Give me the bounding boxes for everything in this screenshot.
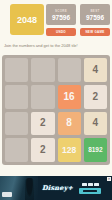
tile-4: 4: [84, 112, 107, 136]
cell-empty-r1c0: [5, 85, 28, 109]
best-label: BEST: [90, 9, 99, 13]
tile-128: 128: [58, 138, 81, 162]
score-value: 97596: [52, 14, 70, 21]
cell-empty-r3c0: [5, 138, 28, 162]
cell-empty-r0c2: [58, 58, 81, 82]
ad-poster-image: [0, 176, 38, 200]
tile-4: 4: [84, 58, 107, 82]
tile-2: 2: [31, 138, 54, 162]
logo-2048: 2048: [10, 4, 44, 35]
ad-headline-text: [82, 183, 99, 186]
best-box: BEST 97596: [80, 4, 110, 25]
tile-8192: 8192: [84, 138, 107, 162]
cell-empty-r0c1: [31, 58, 54, 82]
tile-8: 8: [58, 112, 81, 136]
undo-button[interactable]: UNDO: [46, 28, 76, 36]
tile-16: 16: [58, 85, 81, 109]
disney-plus-logo: Disney+: [42, 184, 73, 192]
cell-empty-r2c0: [5, 112, 28, 136]
game-board[interactable]: 416228421288192: [2, 55, 110, 165]
ad-banner[interactable]: Disney+ ✕: [0, 176, 112, 200]
new-game-button[interactable]: NEW GAME: [80, 28, 110, 36]
tagline: Join the numbers and get to the 2048 til…: [4, 43, 110, 48]
score-box: SCORE 97596: [46, 4, 76, 25]
tile-2: 2: [84, 85, 107, 109]
ad-close-icon[interactable]: ✕: [107, 177, 111, 181]
ad-poster-figure: [25, 178, 34, 200]
ad-cta-label: [83, 190, 97, 192]
tile-2: 2: [31, 112, 54, 136]
ad-poster-title: [2, 192, 12, 197]
ad-cta-button[interactable]: [79, 188, 101, 194]
cell-empty-r0c0: [5, 58, 28, 82]
cell-empty-r1c1: [31, 85, 54, 109]
score-label: SCORE: [55, 9, 67, 13]
best-value: 97596: [86, 14, 104, 21]
